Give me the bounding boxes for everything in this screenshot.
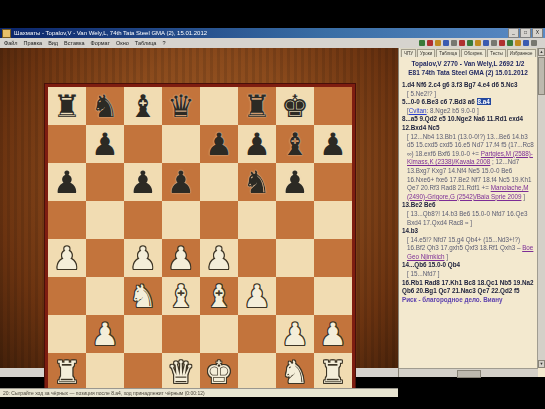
close-button[interactable]: X bbox=[532, 28, 543, 38]
menu-item[interactable]: Таблица bbox=[135, 40, 157, 46]
menu-item[interactable]: Файл bbox=[4, 40, 18, 46]
white-pawn-b2[interactable]: ♟ bbox=[86, 315, 124, 353]
black-pawn-f7[interactable]: ♟ bbox=[238, 125, 276, 163]
square-h4[interactable] bbox=[314, 239, 352, 277]
black-rook-f8[interactable]: ♜ bbox=[238, 87, 276, 125]
square-d4[interactable]: ♟ bbox=[162, 239, 200, 277]
square-e6[interactable] bbox=[200, 163, 238, 201]
black-knight-b8[interactable]: ♞ bbox=[86, 87, 124, 125]
tab-Таблица[interactable]: Таблица bbox=[436, 49, 460, 57]
menu-item[interactable]: Формат bbox=[91, 40, 111, 46]
black-pawn-c6[interactable]: ♟ bbox=[124, 163, 162, 201]
square-h2[interactable]: ♟ bbox=[314, 315, 352, 353]
square-a3[interactable] bbox=[48, 277, 86, 315]
square-g6[interactable]: ♟ bbox=[276, 163, 314, 201]
square-a7[interactable] bbox=[48, 125, 86, 163]
white-knight-g1[interactable]: ♞ bbox=[276, 353, 314, 391]
square-d6[interactable]: ♟ bbox=[162, 163, 200, 201]
variation-line[interactable]: [Cvitan: 8.Nge2 b5 9.0-0 ] bbox=[402, 107, 534, 116]
square-d3[interactable]: ♝ bbox=[162, 277, 200, 315]
white-pawn-f3[interactable]: ♟ bbox=[238, 277, 276, 315]
square-a8[interactable]: ♜ bbox=[48, 87, 86, 125]
window-title: Шахматы - Topalov,V - Van Wely,L, 74th T… bbox=[14, 30, 508, 36]
variation-line[interactable]: [ 14.e5!? Nfd7 15.g4 Qb4+ (15...Nd3+!?) … bbox=[402, 236, 534, 262]
open-icon[interactable] bbox=[443, 40, 449, 46]
black-pawn-b7[interactable]: ♟ bbox=[86, 125, 124, 163]
square-e3[interactable]: ♝ bbox=[200, 277, 238, 315]
square-d8[interactable]: ♛ bbox=[162, 87, 200, 125]
square-c5[interactable] bbox=[124, 201, 162, 239]
screenshot-stage: Шахматы - Topalov,V - Van Wely,L, 74th T… bbox=[0, 0, 545, 409]
chess-board[interactable]: ♜♞♝♛♜♚♟♟♟♝♟♟♟♟♞♟♟♟♟♟♞♝♝♟♟♟♟♜♛♚♞♜ bbox=[48, 87, 352, 391]
white-pawn-d4[interactable]: ♟ bbox=[162, 239, 200, 277]
square-a1[interactable]: ♜ bbox=[48, 353, 86, 391]
paste-icon[interactable] bbox=[475, 40, 481, 46]
black-pawn-d6[interactable]: ♟ bbox=[162, 163, 200, 201]
menu-item[interactable]: ? bbox=[162, 40, 165, 46]
app-window: Шахматы - Topalov,V - Van Wely,L, 74th T… bbox=[0, 28, 545, 377]
mainline-move-text[interactable]: 8...a5 9.Qd2 e5 10.Nge2 Na6 11.Rd1 exd4 … bbox=[402, 115, 534, 132]
board-frame: ♜♞♝♛♜♚♟♟♟♝♟♟♟♟♞♟♟♟♟♟♞♝♝♟♟♟♟♜♛♚♞♜ bbox=[44, 83, 356, 395]
variation-line[interactable]: [ 15...Nfd7 ] bbox=[402, 270, 534, 279]
square-d1[interactable]: ♛ bbox=[162, 353, 200, 391]
square-g2[interactable]: ♟ bbox=[276, 315, 314, 353]
tab-Обозрев.[interactable]: Обозрев. bbox=[461, 49, 486, 57]
square-e4[interactable]: ♟ bbox=[200, 239, 238, 277]
black-rook-a8[interactable]: ♜ bbox=[48, 87, 86, 125]
mainline-move-text[interactable]: 1.d4 Nf6 2.c4 g6 3.f3 Bg7 4.e4 d6 5.Nc3 bbox=[402, 81, 534, 90]
square-h5[interactable] bbox=[314, 201, 352, 239]
white-rook-a1[interactable]: ♜ bbox=[48, 353, 86, 391]
board-panel: ♜♞♝♛♜♚♟♟♟♝♟♟♟♟♞♟♟♟♟♟♞♝♝♟♟♟♟♜♛♚♞♜ 20: Сыг… bbox=[0, 48, 398, 368]
back-icon[interactable] bbox=[419, 40, 425, 46]
square-c1[interactable] bbox=[124, 353, 162, 391]
square-c4[interactable]: ♟ bbox=[124, 239, 162, 277]
square-f1[interactable] bbox=[238, 353, 276, 391]
print-icon[interactable] bbox=[459, 40, 465, 46]
current-move[interactable]: 8.a4 bbox=[477, 98, 491, 105]
settings-icon[interactable] bbox=[523, 40, 529, 46]
square-c8[interactable]: ♝ bbox=[124, 87, 162, 125]
notation-tabs: ЧПУУрокиТаблицаОбозрев.ТестыИзбранное bbox=[400, 48, 545, 57]
horizontal-scrollbar[interactable] bbox=[399, 368, 538, 377]
white-pawn-g2[interactable]: ♟ bbox=[276, 315, 314, 353]
move-text: [ 14.e5!? Nfd7 15.g4 Qb4+ (15...Nd3+!?) … bbox=[407, 236, 522, 252]
square-e1[interactable]: ♚ bbox=[200, 353, 238, 391]
mainline-move-text[interactable]: 14...Qb6 15.0-0 Qb4 bbox=[402, 261, 534, 270]
mainline-move-text[interactable]: 16.Rb1 Rad8 17.Kh1 Bc8 18.Qc1 Nb5 19.Na2… bbox=[402, 279, 534, 296]
annotation-text: Риск - благородное дело. Виану bbox=[402, 296, 502, 303]
tree-icon[interactable] bbox=[515, 40, 521, 46]
square-f6[interactable]: ♞ bbox=[238, 163, 276, 201]
window-controls: _ □ X bbox=[508, 28, 543, 38]
square-h8[interactable] bbox=[314, 87, 352, 125]
square-g7[interactable]: ♝ bbox=[276, 125, 314, 163]
move-text: ] bbox=[521, 193, 525, 200]
variation-line[interactable]: [ 13...Qb8?! 14.b3 Be6 15.0-0 Nfd7 16.Qe… bbox=[402, 210, 534, 227]
white-queen-d1[interactable]: ♛ bbox=[162, 353, 200, 391]
square-b8[interactable]: ♞ bbox=[86, 87, 124, 125]
black-bishop-c8[interactable]: ♝ bbox=[124, 87, 162, 125]
game-event: E81 74th Tata Steel GMA (2) 15.01.2012 bbox=[401, 68, 535, 77]
square-b4[interactable] bbox=[86, 239, 124, 277]
white-pawn-e4[interactable]: ♟ bbox=[200, 239, 238, 277]
square-a2[interactable] bbox=[48, 315, 86, 353]
black-pawn-g6[interactable]: ♟ bbox=[276, 163, 314, 201]
move-text[interactable]: 1.d4 Nf6 2.c4 g6 3.f3 Bg7 4.e4 d6 5.Nc3 bbox=[402, 81, 518, 88]
square-b5[interactable] bbox=[86, 201, 124, 239]
square-b3[interactable] bbox=[86, 277, 124, 315]
mainline-move-text[interactable]: 13.Be2 Be6 bbox=[402, 201, 534, 210]
move-text[interactable]: 13.Be2 Be6 bbox=[402, 201, 436, 208]
scroll-up-icon[interactable]: ▲ bbox=[538, 48, 545, 56]
square-a4[interactable]: ♟ bbox=[48, 239, 86, 277]
game-reference-link[interactable]: Cvitan bbox=[409, 107, 427, 114]
mainline-move-text[interactable]: 5...0-0 6.Be3 c6 7.Bd3 a6 8.a4 bbox=[402, 98, 534, 107]
help-icon[interactable] bbox=[531, 40, 537, 46]
move-text[interactable]: 14...Qb6 15.0-0 Qb4 bbox=[402, 261, 460, 268]
hscrollbar-thumb[interactable] bbox=[457, 370, 481, 378]
square-c3[interactable]: ♞ bbox=[124, 277, 162, 315]
black-pawn-h7[interactable]: ♟ bbox=[314, 125, 352, 163]
move-text[interactable]: 8...a5 9.Qd2 e5 10.Nge2 Na6 11.Rd1 exd4 … bbox=[402, 115, 523, 131]
title-bar[interactable]: Шахматы - Topalov,V - Van Wely,L, 74th T… bbox=[0, 28, 545, 38]
vertical-scrollbar[interactable]: ▲ ▼ bbox=[537, 48, 545, 368]
engine-icon[interactable] bbox=[491, 40, 497, 46]
square-f7[interactable]: ♟ bbox=[238, 125, 276, 163]
scrollbar-thumb[interactable] bbox=[538, 57, 545, 95]
white-bishop-e3[interactable]: ♝ bbox=[200, 277, 238, 315]
square-f4[interactable] bbox=[238, 239, 276, 277]
square-g5[interactable] bbox=[276, 201, 314, 239]
black-king-g8[interactable]: ♚ bbox=[276, 87, 314, 125]
menu-items: ФайлПравкаВидВставкаФорматОкноТаблица? bbox=[0, 40, 166, 46]
toolbar-icons bbox=[419, 40, 545, 46]
save-icon[interactable] bbox=[451, 40, 457, 46]
menu-item[interactable]: Вставка bbox=[64, 40, 84, 46]
square-b2[interactable]: ♟ bbox=[86, 315, 124, 353]
square-c2[interactable] bbox=[124, 315, 162, 353]
menu-item[interactable]: Правка bbox=[24, 40, 43, 46]
variation-line[interactable]: [ 12...Nb4 13.Bb1 (13.0-0!?) 13...Be6 14… bbox=[402, 133, 534, 202]
black-pawn-e7[interactable]: ♟ bbox=[200, 125, 238, 163]
forward-icon[interactable] bbox=[427, 40, 433, 46]
maximize-button[interactable]: □ bbox=[520, 28, 531, 38]
black-knight-f6[interactable]: ♞ bbox=[238, 163, 276, 201]
square-h6[interactable] bbox=[314, 163, 352, 201]
black-pawn-a6[interactable]: ♟ bbox=[48, 163, 86, 201]
square-f2[interactable] bbox=[238, 315, 276, 353]
menu-item[interactable]: Вид bbox=[48, 40, 58, 46]
square-g4[interactable] bbox=[276, 239, 314, 277]
square-d5[interactable] bbox=[162, 201, 200, 239]
move-text: : 8.Nge2 b5 9.0-0 ] bbox=[427, 107, 479, 114]
white-king-e1[interactable]: ♚ bbox=[200, 353, 238, 391]
square-d2[interactable] bbox=[162, 315, 200, 353]
minimize-button[interactable]: _ bbox=[508, 28, 519, 38]
menu-item[interactable]: Окно bbox=[116, 40, 129, 46]
square-b7[interactable]: ♟ bbox=[86, 125, 124, 163]
square-c7[interactable] bbox=[124, 125, 162, 163]
square-h1[interactable]: ♜ bbox=[314, 353, 352, 391]
white-knight-c3[interactable]: ♞ bbox=[124, 277, 162, 315]
square-e8[interactable] bbox=[200, 87, 238, 125]
tab-Избранное[interactable]: Избранное bbox=[507, 49, 536, 57]
game-players: Topalov,V 2770 - Van Wely,L 2692 1/2 bbox=[401, 59, 535, 68]
search-icon[interactable] bbox=[507, 40, 513, 46]
status-bar: 20: Сыграйте ход за чёрных — позиция пос… bbox=[0, 388, 398, 397]
white-pawn-c4[interactable]: ♟ bbox=[124, 239, 162, 277]
new-icon[interactable] bbox=[435, 40, 441, 46]
square-g8[interactable]: ♚ bbox=[276, 87, 314, 125]
square-h3[interactable] bbox=[314, 277, 352, 315]
tab-Уроки[interactable]: Уроки bbox=[417, 49, 435, 57]
square-a6[interactable]: ♟ bbox=[48, 163, 86, 201]
game-header: Topalov,V 2770 - Van Wely,L 2692 1/2 E81… bbox=[401, 59, 535, 79]
square-h7[interactable]: ♟ bbox=[314, 125, 352, 163]
move-text[interactable]: 14.b3 bbox=[402, 227, 418, 234]
square-b1[interactable] bbox=[86, 353, 124, 391]
move-text: [ 13...Qb8?! 14.b3 Be6 15.0-0 Nfd7 16.Qe… bbox=[407, 210, 527, 226]
square-g1[interactable]: ♞ bbox=[276, 353, 314, 391]
white-pawn-a4[interactable]: ♟ bbox=[48, 239, 86, 277]
move-text: [ 15...Nfd7 ] bbox=[407, 270, 440, 277]
notation-panel: ЧПУУрокиТаблицаОбозрев.ТестыИзбранное To… bbox=[398, 48, 545, 377]
square-d7[interactable] bbox=[162, 125, 200, 163]
tab-Тесты[interactable]: Тесты bbox=[487, 49, 506, 57]
square-f3[interactable]: ♟ bbox=[238, 277, 276, 315]
board-icon[interactable] bbox=[483, 40, 489, 46]
square-a5[interactable] bbox=[48, 201, 86, 239]
square-b6[interactable] bbox=[86, 163, 124, 201]
move-text[interactable]: 5...0-0 6.Be3 c6 7.Bd3 a6 bbox=[402, 98, 477, 105]
white-bishop-d3[interactable]: ♝ bbox=[162, 277, 200, 315]
tab-ЧПУ[interactable]: ЧПУ bbox=[401, 49, 416, 57]
variation-line[interactable]: [ 5.Ne2!? ] bbox=[402, 90, 534, 99]
white-pawn-h2[interactable]: ♟ bbox=[314, 315, 352, 353]
move-list[interactable]: 1.d4 Nf6 2.c4 g6 3.f3 Bg7 4.e4 d6 5.Nc3[… bbox=[402, 81, 534, 367]
square-g3[interactable] bbox=[276, 277, 314, 315]
white-rook-h1[interactable]: ♜ bbox=[314, 353, 352, 391]
app-icon bbox=[2, 29, 11, 38]
square-e2[interactable] bbox=[200, 315, 238, 353]
move-text[interactable]: 16.Rb1 Rad8 17.Kh1 Bc8 18.Qc1 Nb5 19.Na2… bbox=[402, 279, 534, 295]
black-queen-d8[interactable]: ♛ bbox=[162, 87, 200, 125]
move-text: ] bbox=[444, 253, 448, 260]
square-e7[interactable]: ♟ bbox=[200, 125, 238, 163]
square-c6[interactable]: ♟ bbox=[124, 163, 162, 201]
black-bishop-g7[interactable]: ♝ bbox=[276, 125, 314, 163]
copy-icon[interactable] bbox=[467, 40, 473, 46]
move-text: [ 5.Ne2!? ] bbox=[407, 90, 436, 97]
square-e5[interactable] bbox=[200, 201, 238, 239]
mainline-move-text[interactable]: 14.b3 bbox=[402, 227, 534, 236]
scroll-down-icon[interactable]: ▼ bbox=[538, 360, 545, 368]
square-f8[interactable]: ♜ bbox=[238, 87, 276, 125]
mainline-move-text[interactable]: Риск - благородное дело. Виану bbox=[402, 296, 534, 305]
square-f5[interactable] bbox=[238, 201, 276, 239]
book-icon[interactable] bbox=[499, 40, 505, 46]
